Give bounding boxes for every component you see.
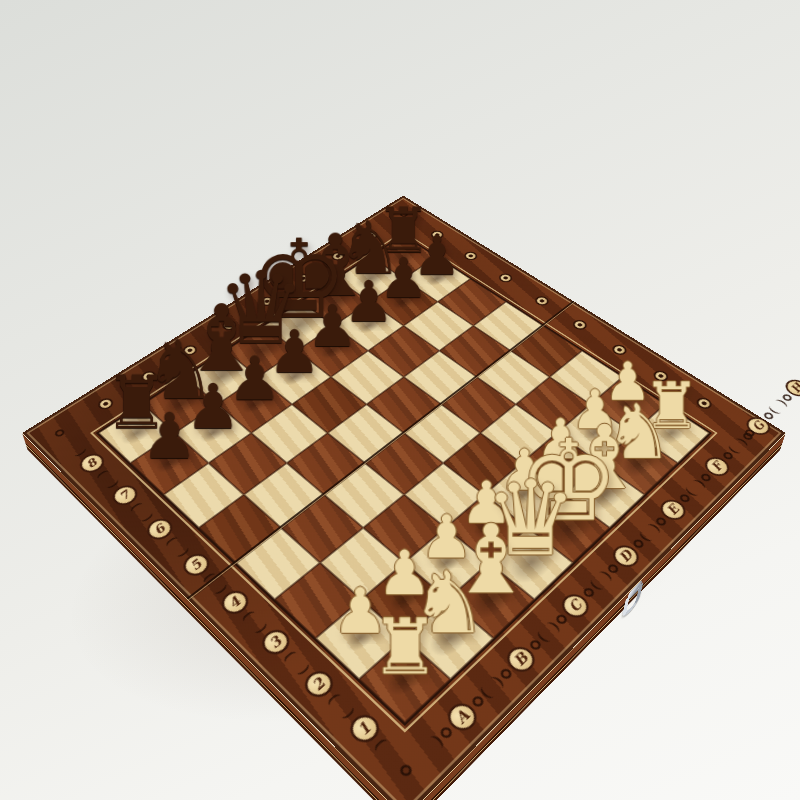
- board-top-surface: ABCDEFGH 87654321 ♜♞♝♛♚♝♞♜♟♟♟♟♟♟♟♟♟♟♟♟♟♟…: [22, 196, 786, 800]
- chess-piece-glyph: ♜: [370, 609, 439, 686]
- photo-scene: ABCDEFGH 87654321 ♜♞♝♛♚♝♞♜♟♟♟♟♟♟♟♟♟♟♟♟♟♟…: [0, 0, 800, 800]
- chess-piece-glyph: ♟: [141, 405, 198, 469]
- folding-chess-box: ABCDEFGH 87654321 ♜♞♝♛♚♝♞♜♟♟♟♟♟♟♟♟♟♟♟♟♟♟…: [22, 196, 786, 800]
- pieces-layer: ♜♞♝♛♚♝♞♜♟♟♟♟♟♟♟♟♟♟♟♟♟♟♟♟♜♞♝♛♚♝♞♜: [22, 196, 786, 800]
